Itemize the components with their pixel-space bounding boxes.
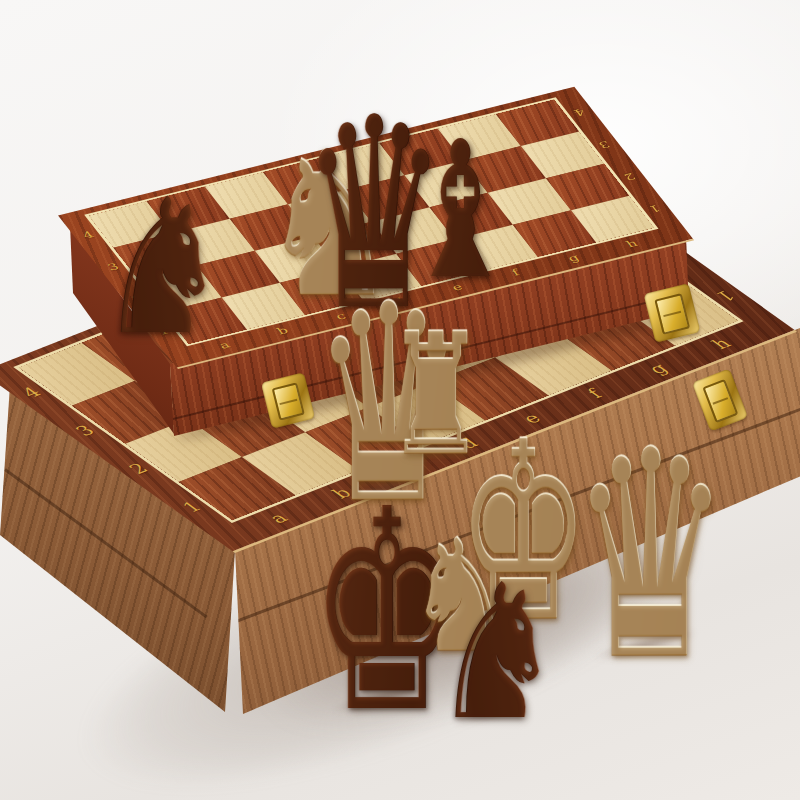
piece-dark-knight: ♞ xyxy=(69,174,256,361)
product-photo-stage: 4321 4321 abcdefgh 4321 4321 abcdefgh ♞♞… xyxy=(0,0,800,800)
piece-dark-knight: ♞ xyxy=(404,560,590,746)
knight-glyph: ♞ xyxy=(90,174,236,361)
clasp-plate xyxy=(654,293,690,335)
knight-glyph: ♞ xyxy=(424,560,569,746)
